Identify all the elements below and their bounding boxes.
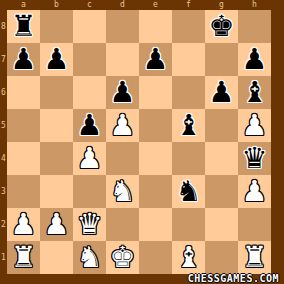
square-d8 [106,10,139,43]
square-h7: ♟ [238,43,271,76]
square-f6 [172,76,205,109]
white-pawn-a2: ♟ [7,208,40,241]
square-e2 [139,208,172,241]
rank-label-4: 4 [0,142,7,175]
rank-label-6: 6 [0,76,7,109]
square-d1: ♚ [106,241,139,274]
square-h8 [238,10,271,43]
square-e5 [139,109,172,142]
white-pawn-b2: ♟ [40,208,73,241]
white-knight-d3: ♞ [106,175,139,208]
black-knight-f3: ♞ [172,175,205,208]
square-d5: ♟ [106,109,139,142]
square-f2 [172,208,205,241]
white-pawn-h3: ♟ [238,175,271,208]
white-rook-a1: ♜ [7,241,40,274]
square-e6 [139,76,172,109]
square-c5: ♟ [73,109,106,142]
black-queen-h4: ♛ [238,142,271,175]
file-label-b: b [40,0,73,10]
rank-label-1: 1 [0,241,7,274]
black-pawn-b7: ♟ [40,43,73,76]
square-e1 [139,241,172,274]
file-label-e: e [139,0,172,10]
black-king-g8: ♚ [205,10,238,43]
square-d6: ♟ [106,76,139,109]
square-e4 [139,142,172,175]
rank-label-5: 5 [0,109,7,142]
square-b3 [40,175,73,208]
file-label-h: h [238,0,271,10]
square-h2 [238,208,271,241]
square-a4 [7,142,40,175]
square-g5 [205,109,238,142]
square-c1: ♞ [73,241,106,274]
black-bishop-f5: ♝ [172,109,205,142]
square-h3: ♟ [238,175,271,208]
square-b7: ♟ [40,43,73,76]
square-g4 [205,142,238,175]
square-f8 [172,10,205,43]
file-label-f: f [172,0,205,10]
white-king-d1: ♚ [106,241,139,274]
black-rook-a8: ♜ [7,10,40,43]
square-g8: ♚ [205,10,238,43]
square-b5 [40,109,73,142]
white-queen-c2: ♛ [73,208,106,241]
black-pawn-e7: ♟ [139,43,172,76]
square-b1 [40,241,73,274]
square-b4 [40,142,73,175]
square-h6: ♝ [238,76,271,109]
square-e8 [139,10,172,43]
chess-board: ♜♚♟♟♟♟♟♟♝♟♟♝♟♟♛♞♞♟♟♟♛♜♞♚♝♜ [7,10,271,274]
chessgames-watermark: CHESSGAMES.COM [188,274,279,284]
white-bishop-f1: ♝ [172,241,205,274]
square-c2: ♛ [73,208,106,241]
square-f4 [172,142,205,175]
square-h1: ♜ [238,241,271,274]
black-pawn-a7: ♟ [7,43,40,76]
square-a6 [7,76,40,109]
white-pawn-h5: ♟ [238,109,271,142]
square-b6 [40,76,73,109]
rank-label-7: 7 [0,43,7,76]
square-d2 [106,208,139,241]
square-c8 [73,10,106,43]
square-c3 [73,175,106,208]
black-pawn-h7: ♟ [238,43,271,76]
square-g1 [205,241,238,274]
square-g3 [205,175,238,208]
black-pawn-c5: ♟ [73,109,106,142]
square-b2: ♟ [40,208,73,241]
square-f3: ♞ [172,175,205,208]
rank-labels: 87654321 [0,10,7,274]
square-d3: ♞ [106,175,139,208]
rank-label-8: 8 [0,10,7,43]
square-h5: ♟ [238,109,271,142]
square-b8 [40,10,73,43]
square-f1: ♝ [172,241,205,274]
square-a1: ♜ [7,241,40,274]
file-label-d: d [106,0,139,10]
square-e3 [139,175,172,208]
white-pawn-d5: ♟ [106,109,139,142]
square-a8: ♜ [7,10,40,43]
white-knight-c1: ♞ [73,241,106,274]
square-a5 [7,109,40,142]
square-a3 [7,175,40,208]
file-label-c: c [73,0,106,10]
square-e7: ♟ [139,43,172,76]
square-d4 [106,142,139,175]
rank-label-3: 3 [0,175,7,208]
square-g6: ♟ [205,76,238,109]
square-g2 [205,208,238,241]
black-pawn-d6: ♟ [106,76,139,109]
square-c6 [73,76,106,109]
rank-label-2: 2 [0,208,7,241]
square-d7 [106,43,139,76]
square-a2: ♟ [7,208,40,241]
square-h4: ♛ [238,142,271,175]
white-pawn-c4: ♟ [73,142,106,175]
chess-diagram: abcdefgh 87654321 ♜♚♟♟♟♟♟♟♝♟♟♝♟♟♛♞♞♟♟♟♛♜… [0,0,284,284]
black-bishop-h6: ♝ [238,76,271,109]
white-rook-h1: ♜ [238,241,271,274]
square-a7: ♟ [7,43,40,76]
square-f5: ♝ [172,109,205,142]
square-f7 [172,43,205,76]
black-pawn-g6: ♟ [205,76,238,109]
square-c7 [73,43,106,76]
square-c4: ♟ [73,142,106,175]
square-g7 [205,43,238,76]
